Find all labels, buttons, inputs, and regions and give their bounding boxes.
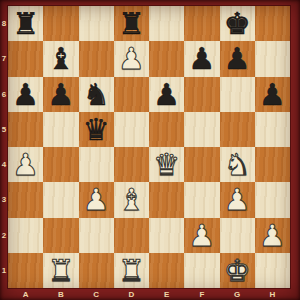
piece-black-king-g8[interactable]: ♚: [224, 6, 251, 41]
file-label-a: A: [8, 288, 43, 300]
piece-black-rook-a8[interactable]: ♜: [12, 6, 39, 41]
piece-black-pawn-f7[interactable]: ♟: [188, 41, 215, 76]
square-e2[interactable]: [149, 218, 184, 253]
square-f6[interactable]: [184, 77, 219, 112]
square-b5[interactable]: [43, 112, 78, 147]
square-a7[interactable]: [8, 41, 43, 76]
square-b7[interactable]: ♝: [43, 41, 78, 76]
rank-label-1: 1: [0, 253, 8, 288]
piece-white-queen-e4[interactable]: ♛: [153, 147, 180, 182]
rank-label-3: 3: [0, 182, 8, 217]
square-d7[interactable]: ♟: [114, 41, 149, 76]
piece-white-pawn-g3[interactable]: ♟: [224, 182, 251, 217]
square-b1[interactable]: ♜: [43, 253, 78, 288]
square-b6[interactable]: ♟: [43, 77, 78, 112]
file-label-e: E: [149, 288, 184, 300]
square-h7[interactable]: [255, 41, 290, 76]
board-frame: ♜♜♚♝♟♟♟♟♟♞♟♟♛♟♛♞♟♝♟♟♟♜♜♚ 87654321 ABCDEF…: [0, 0, 300, 300]
piece-white-rook-b1[interactable]: ♜: [47, 253, 74, 288]
square-e5[interactable]: [149, 112, 184, 147]
square-c1[interactable]: [79, 253, 114, 288]
square-c6[interactable]: ♞: [79, 77, 114, 112]
square-f7[interactable]: ♟: [184, 41, 219, 76]
piece-black-bishop-b7[interactable]: ♝: [47, 41, 74, 76]
square-d1[interactable]: ♜: [114, 253, 149, 288]
square-d3[interactable]: ♝: [114, 182, 149, 217]
square-d2[interactable]: [114, 218, 149, 253]
square-f8[interactable]: [184, 6, 219, 41]
square-c7[interactable]: [79, 41, 114, 76]
square-g5[interactable]: [220, 112, 255, 147]
rank-label-6: 6: [0, 77, 8, 112]
square-d8[interactable]: ♜: [114, 6, 149, 41]
square-f4[interactable]: [184, 147, 219, 182]
square-h6[interactable]: ♟: [255, 77, 290, 112]
square-h4[interactable]: [255, 147, 290, 182]
piece-black-pawn-e6[interactable]: ♟: [153, 77, 180, 112]
square-e8[interactable]: [149, 6, 184, 41]
square-b2[interactable]: [43, 218, 78, 253]
square-a6[interactable]: ♟: [8, 77, 43, 112]
square-d5[interactable]: [114, 112, 149, 147]
rank-label-2: 2: [0, 218, 8, 253]
square-g1[interactable]: ♚: [220, 253, 255, 288]
square-a8[interactable]: ♜: [8, 6, 43, 41]
square-c8[interactable]: [79, 6, 114, 41]
square-b3[interactable]: [43, 182, 78, 217]
piece-black-knight-c6[interactable]: ♞: [83, 77, 110, 112]
piece-white-knight-g4[interactable]: ♞: [224, 147, 251, 182]
square-h2[interactable]: ♟: [255, 218, 290, 253]
square-h3[interactable]: [255, 182, 290, 217]
piece-white-pawn-d7[interactable]: ♟: [118, 41, 145, 76]
square-c2[interactable]: [79, 218, 114, 253]
file-labels: ABCDEFGH: [8, 288, 290, 300]
square-e1[interactable]: [149, 253, 184, 288]
square-f2[interactable]: ♟: [184, 218, 219, 253]
rank-label-8: 8: [0, 6, 8, 41]
file-label-c: C: [79, 288, 114, 300]
piece-black-rook-d8[interactable]: ♜: [118, 6, 145, 41]
square-f3[interactable]: [184, 182, 219, 217]
piece-white-pawn-c3[interactable]: ♟: [83, 182, 110, 217]
square-f5[interactable]: [184, 112, 219, 147]
chess-board[interactable]: ♜♜♚♝♟♟♟♟♟♞♟♟♛♟♛♞♟♝♟♟♟♜♜♚: [8, 6, 290, 288]
square-b8[interactable]: [43, 6, 78, 41]
square-e4[interactable]: ♛: [149, 147, 184, 182]
rank-labels: 87654321: [0, 6, 8, 288]
file-label-f: F: [184, 288, 219, 300]
square-f1[interactable]: [184, 253, 219, 288]
square-a5[interactable]: [8, 112, 43, 147]
piece-black-queen-c5[interactable]: ♛: [83, 112, 110, 147]
rank-label-4: 4: [0, 147, 8, 182]
square-a4[interactable]: ♟: [8, 147, 43, 182]
square-c5[interactable]: ♛: [79, 112, 114, 147]
file-label-g: G: [220, 288, 255, 300]
square-c3[interactable]: ♟: [79, 182, 114, 217]
piece-white-bishop-d3[interactable]: ♝: [118, 182, 145, 217]
piece-black-pawn-b6[interactable]: ♟: [47, 77, 74, 112]
square-b4[interactable]: [43, 147, 78, 182]
piece-white-pawn-a4[interactable]: ♟: [12, 147, 39, 182]
piece-white-pawn-h2[interactable]: ♟: [259, 218, 286, 253]
square-e6[interactable]: ♟: [149, 77, 184, 112]
square-g3[interactable]: ♟: [220, 182, 255, 217]
file-label-h: H: [255, 288, 290, 300]
square-e3[interactable]: [149, 182, 184, 217]
piece-black-pawn-g7[interactable]: ♟: [224, 41, 251, 76]
piece-white-rook-d1[interactable]: ♜: [118, 253, 145, 288]
square-c4[interactable]: [79, 147, 114, 182]
square-e7[interactable]: [149, 41, 184, 76]
square-h8[interactable]: [255, 6, 290, 41]
square-a1[interactable]: [8, 253, 43, 288]
square-d6[interactable]: [114, 77, 149, 112]
piece-black-pawn-a6[interactable]: ♟: [12, 77, 39, 112]
rank-label-5: 5: [0, 112, 8, 147]
square-h1[interactable]: [255, 253, 290, 288]
square-g4[interactable]: ♞: [220, 147, 255, 182]
square-d4[interactable]: [114, 147, 149, 182]
piece-white-pawn-f2[interactable]: ♟: [188, 218, 215, 253]
piece-black-pawn-h6[interactable]: ♟: [259, 77, 286, 112]
piece-white-king-g1[interactable]: ♚: [224, 253, 251, 288]
square-a2[interactable]: [8, 218, 43, 253]
square-g2[interactable]: [220, 218, 255, 253]
square-g8[interactable]: ♚: [220, 6, 255, 41]
rank-label-7: 7: [0, 41, 8, 76]
square-g6[interactable]: [220, 77, 255, 112]
square-a3[interactable]: [8, 182, 43, 217]
square-h5[interactable]: [255, 112, 290, 147]
file-label-b: B: [43, 288, 78, 300]
file-label-d: D: [114, 288, 149, 300]
square-g7[interactable]: ♟: [220, 41, 255, 76]
